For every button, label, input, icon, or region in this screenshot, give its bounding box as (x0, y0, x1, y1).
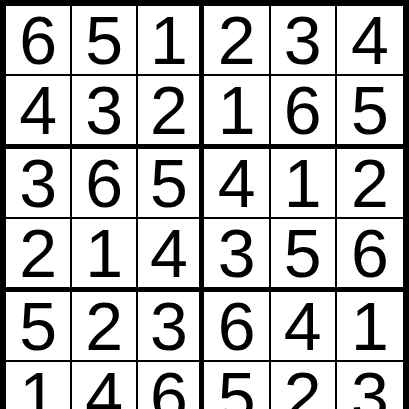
cell-r6c2[interactable]: 4 (72, 362, 138, 409)
cell-r2c3[interactable]: 2 (138, 76, 204, 149)
cell-r6c4[interactable]: 5 (204, 362, 270, 409)
cell-r2c2[interactable]: 3 (72, 76, 138, 149)
cell-r2c1[interactable]: 4 (6, 76, 72, 149)
cell-r1c2[interactable]: 5 (72, 6, 138, 76)
cell-r3c5[interactable]: 1 (271, 149, 337, 219)
cell-r4c2[interactable]: 1 (72, 219, 138, 292)
sudoku-board: 651234432165365412214356523641146523 (0, 0, 409, 409)
cell-r4c4[interactable]: 3 (204, 219, 270, 292)
cell-r3c3[interactable]: 5 (138, 149, 204, 219)
cell-r1c3[interactable]: 1 (138, 6, 204, 76)
cell-r4c1[interactable]: 2 (6, 219, 72, 292)
cell-r4c3[interactable]: 4 (138, 219, 204, 292)
cell-r6c3[interactable]: 6 (138, 362, 204, 409)
cell-r3c4[interactable]: 4 (204, 149, 270, 219)
cell-r6c6[interactable]: 3 (337, 362, 403, 409)
cell-r5c5[interactable]: 4 (271, 292, 337, 362)
cell-r2c5[interactable]: 6 (271, 76, 337, 149)
cell-r5c4[interactable]: 6 (204, 292, 270, 362)
cell-r3c1[interactable]: 3 (6, 149, 72, 219)
cell-r4c6[interactable]: 6 (337, 219, 403, 292)
cell-r4c5[interactable]: 5 (271, 219, 337, 292)
cell-r2c4[interactable]: 1 (204, 76, 270, 149)
cell-r5c3[interactable]: 3 (138, 292, 204, 362)
cell-r1c6[interactable]: 4 (337, 6, 403, 76)
cell-r3c6[interactable]: 2 (337, 149, 403, 219)
cell-r1c4[interactable]: 2 (204, 6, 270, 76)
cell-r6c5[interactable]: 2 (271, 362, 337, 409)
cell-r1c1[interactable]: 6 (6, 6, 72, 76)
cell-r5c6[interactable]: 1 (337, 292, 403, 362)
cell-r3c2[interactable]: 6 (72, 149, 138, 219)
cell-r6c1[interactable]: 1 (6, 362, 72, 409)
cell-r2c6[interactable]: 5 (337, 76, 403, 149)
cell-r1c5[interactable]: 3 (271, 6, 337, 76)
cell-r5c2[interactable]: 2 (72, 292, 138, 362)
cell-r5c1[interactable]: 5 (6, 292, 72, 362)
